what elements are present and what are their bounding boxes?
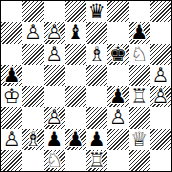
piece-backing-fill: ♚: [107, 44, 128, 65]
piece-backing-fill: ♛: [129, 129, 150, 150]
square-c8[interactable]: [44, 1, 65, 22]
square-c3[interactable]: ♟♙: [44, 107, 65, 128]
piece-backing-fill: ♟: [86, 129, 107, 150]
square-h1[interactable]: [150, 150, 171, 171]
square-e5[interactable]: [86, 65, 107, 86]
square-f1[interactable]: [107, 150, 128, 171]
piece-backing-fill: ♝: [86, 44, 107, 65]
white-pawn: ♙: [44, 107, 65, 128]
square-f6[interactable]: ♚♚: [107, 44, 128, 65]
black-king: ♚: [107, 44, 128, 65]
square-g5[interactable]: [129, 65, 150, 86]
piece-backing-fill: ♟: [44, 22, 65, 43]
black-pawn: ♟: [65, 129, 86, 150]
piece-backing-fill: ♟: [150, 86, 171, 107]
square-d1[interactable]: [65, 150, 86, 171]
square-a6[interactable]: [1, 44, 22, 65]
square-e1[interactable]: ♜♖: [86, 150, 107, 171]
square-b5[interactable]: [22, 65, 43, 86]
square-d5[interactable]: [65, 65, 86, 86]
square-a8[interactable]: [1, 1, 22, 22]
square-g6[interactable]: ♞♘: [129, 44, 150, 65]
piece-backing-fill: ♝: [22, 129, 43, 150]
black-pawn: ♟: [129, 22, 150, 43]
square-d2[interactable]: ♟♟: [65, 129, 86, 150]
square-h5[interactable]: ♟♙: [150, 65, 171, 86]
square-d4[interactable]: [65, 86, 86, 107]
square-h3[interactable]: [150, 107, 171, 128]
white-bishop: ♗: [86, 44, 107, 65]
square-b4[interactable]: [22, 86, 43, 107]
square-c7[interactable]: ♟♙: [44, 22, 65, 43]
square-g2[interactable]: ♛♕: [129, 129, 150, 150]
white-queen: ♕: [129, 129, 150, 150]
square-e6[interactable]: ♝♗: [86, 44, 107, 65]
square-h4[interactable]: ♟♙: [150, 86, 171, 107]
square-c1[interactable]: ♞♘: [44, 150, 65, 171]
piece-backing-fill: ♝: [65, 22, 86, 43]
square-d3[interactable]: [65, 107, 86, 128]
square-g3[interactable]: [129, 107, 150, 128]
square-g7[interactable]: ♟♟: [129, 22, 150, 43]
square-h7[interactable]: [150, 22, 171, 43]
white-rook: ♖: [129, 86, 150, 107]
white-rook: ♖: [86, 150, 107, 171]
square-h2[interactable]: [150, 129, 171, 150]
piece-backing-fill: ♜: [86, 150, 107, 171]
piece-backing-fill: ♜: [129, 86, 150, 107]
piece-backing-fill: ♞: [129, 44, 150, 65]
square-a5[interactable]: ♟♟: [1, 65, 22, 86]
square-f4[interactable]: ♟♟: [107, 86, 128, 107]
white-pawn: ♙: [150, 86, 171, 107]
square-e8[interactable]: ♛♛: [86, 1, 107, 22]
square-b3[interactable]: [22, 107, 43, 128]
white-pawn: ♙: [22, 22, 43, 43]
square-c5[interactable]: [44, 65, 65, 86]
square-f5[interactable]: [107, 65, 128, 86]
piece-backing-fill: ♟: [107, 107, 128, 128]
white-pawn: ♙: [1, 129, 22, 150]
square-f7[interactable]: [107, 22, 128, 43]
square-c6[interactable]: ♟♙: [44, 44, 65, 65]
piece-backing-fill: ♛: [86, 1, 107, 22]
square-c2[interactable]: ♟♟: [44, 129, 65, 150]
piece-backing-fill: ♟: [44, 44, 65, 65]
square-g1[interactable]: [129, 150, 150, 171]
square-g4[interactable]: ♜♖: [129, 86, 150, 107]
square-c4[interactable]: [44, 86, 65, 107]
square-d8[interactable]: [65, 1, 86, 22]
piece-backing-fill: ♟: [44, 129, 65, 150]
square-e3[interactable]: [86, 107, 107, 128]
square-a3[interactable]: [1, 107, 22, 128]
square-h8[interactable]: [150, 1, 171, 22]
white-pawn: ♙: [150, 65, 171, 86]
square-a7[interactable]: [1, 22, 22, 43]
square-d6[interactable]: [65, 44, 86, 65]
black-pawn: ♟: [1, 65, 22, 86]
white-pawn: ♙: [44, 44, 65, 65]
piece-backing-fill: ♚: [1, 86, 22, 107]
piece-backing-fill: ♟: [129, 22, 150, 43]
square-b8[interactable]: [22, 1, 43, 22]
white-pawn: ♙: [44, 22, 65, 43]
square-a1[interactable]: [1, 150, 22, 171]
piece-backing-fill: ♟: [107, 86, 128, 107]
square-b2[interactable]: ♝♗: [22, 129, 43, 150]
piece-backing-fill: ♟: [1, 65, 22, 86]
square-a2[interactable]: ♟♙: [1, 129, 22, 150]
white-king: ♔: [1, 86, 22, 107]
square-f2[interactable]: [107, 129, 128, 150]
white-knight: ♘: [44, 150, 65, 171]
black-pawn: ♟: [86, 129, 107, 150]
piece-backing-fill: ♟: [22, 22, 43, 43]
square-a4[interactable]: ♚♔: [1, 86, 22, 107]
square-e2[interactable]: ♟♟: [86, 129, 107, 150]
piece-backing-fill: ♟: [1, 129, 22, 150]
black-queen: ♛: [86, 1, 107, 22]
square-f3[interactable]: ♟♙: [107, 107, 128, 128]
square-e7[interactable]: [86, 22, 107, 43]
piece-backing-fill: ♟: [65, 129, 86, 150]
square-e4[interactable]: [86, 86, 107, 107]
black-pawn: ♟: [107, 86, 128, 107]
piece-backing-fill: ♟: [150, 65, 171, 86]
piece-backing-fill: ♟: [44, 107, 65, 128]
chess-board: ♛♛♟♙♟♙♝♝♟♟♟♙♝♗♚♚♞♘♟♟♟♙♚♔♟♟♜♖♟♙♟♙♟♙♟♙♝♗♟♟…: [0, 0, 172, 172]
square-b1[interactable]: [22, 150, 43, 171]
square-f8[interactable]: [107, 1, 128, 22]
white-bishop: ♗: [22, 129, 43, 150]
square-h6[interactable]: [150, 44, 171, 65]
square-g8[interactable]: [129, 1, 150, 22]
square-b7[interactable]: ♟♙: [22, 22, 43, 43]
white-pawn: ♙: [107, 107, 128, 128]
black-bishop: ♝: [65, 22, 86, 43]
square-d7[interactable]: ♝♝: [65, 22, 86, 43]
black-pawn: ♟: [44, 129, 65, 150]
white-knight: ♘: [129, 44, 150, 65]
piece-backing-fill: ♞: [44, 150, 65, 171]
square-b6[interactable]: [22, 44, 43, 65]
